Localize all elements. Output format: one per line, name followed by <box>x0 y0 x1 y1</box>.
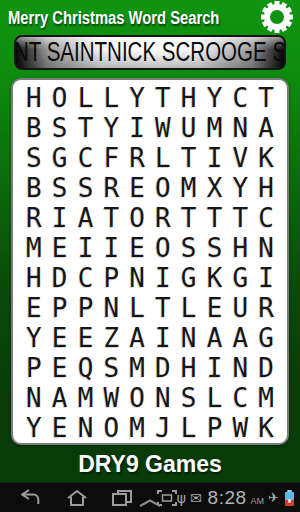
grid-cell[interactable]: X <box>202 173 228 203</box>
grid-cell[interactable]: R <box>21 203 47 233</box>
grid-cell[interactable]: E <box>202 293 228 323</box>
grid-cell[interactable]: L <box>73 83 99 113</box>
grid-cell[interactable]: R <box>150 203 176 233</box>
grid-cell[interactable]: W <box>227 413 253 443</box>
grid-cell[interactable]: S <box>47 113 73 143</box>
grid-cell[interactable]: S <box>202 233 228 263</box>
grid-cell[interactable]: I <box>202 353 228 383</box>
grid-cell[interactable]: N <box>150 383 176 413</box>
grid-cell[interactable]: U <box>227 293 253 323</box>
grid-cell[interactable]: H <box>253 173 279 203</box>
grid-cell[interactable]: I <box>98 233 124 263</box>
grid-cell[interactable]: I <box>73 233 99 263</box>
grid-cell[interactable]: P <box>73 293 99 323</box>
grid-cell[interactable]: A <box>47 383 73 413</box>
grid-cell[interactable]: J <box>150 413 176 443</box>
grid-cell[interactable]: L <box>124 293 150 323</box>
airplane-mode-icon: ✈ <box>268 490 279 505</box>
android-nav-bar: ψ ✉ 8:28 AM ✈ <box>0 482 300 512</box>
grid-cell[interactable]: E <box>47 323 73 353</box>
grid-cell[interactable]: D <box>47 263 73 293</box>
grid-cell[interactable]: P <box>47 293 73 323</box>
grid-cell[interactable]: O <box>47 83 73 113</box>
battery-icon <box>285 490 294 506</box>
grid-cell[interactable]: L <box>202 383 228 413</box>
grid-cell[interactable]: Z <box>98 323 124 353</box>
grid-cell[interactable]: M <box>124 353 150 383</box>
grid-cell[interactable]: C <box>73 263 99 293</box>
grid-cell[interactable]: O <box>150 173 176 203</box>
grid-cell[interactable]: P <box>98 263 124 293</box>
grid-cell[interactable]: E <box>73 323 99 353</box>
grid-cell[interactable]: A <box>227 323 253 353</box>
grid-cell[interactable]: T <box>176 143 202 173</box>
grid-cell[interactable]: I <box>150 263 176 293</box>
status-clock: 8:28 <box>208 487 247 509</box>
grid-cell[interactable]: S <box>47 173 73 203</box>
grid-cell[interactable]: R <box>253 293 279 323</box>
grid-cell[interactable]: O <box>98 413 124 443</box>
word-list-text: NT SAINTNICK SCROOGE S <box>14 37 286 68</box>
footer: DRY9 Games <box>0 451 300 483</box>
grid-cell[interactable]: L <box>98 83 124 113</box>
grid-cell[interactable]: G <box>47 143 73 173</box>
grid-cell[interactable]: H <box>176 353 202 383</box>
grid-cell[interactable]: G <box>176 263 202 293</box>
grid-cell[interactable]: C <box>227 383 253 413</box>
chevron-up-icon <box>138 499 162 507</box>
grid-cell[interactable]: S <box>98 353 124 383</box>
grid-cell[interactable]: H <box>227 233 253 263</box>
app-title: Merry Christmas Word Search <box>8 8 219 29</box>
grid-cell[interactable]: L <box>176 293 202 323</box>
grid-cell[interactable]: T <box>176 203 202 233</box>
grid-cell[interactable]: N <box>124 263 150 293</box>
app-screen: Merry Christmas Word Search NT SAINTNICK… <box>0 0 300 512</box>
grid-cell[interactable]: O <box>150 233 176 263</box>
grid-cell[interactable]: N <box>73 413 99 443</box>
grid-cell[interactable]: N <box>253 233 279 263</box>
grid-cell[interactable]: C <box>227 83 253 113</box>
grid-cell[interactable]: E <box>47 413 73 443</box>
recent-apps-icon <box>112 490 132 506</box>
grid-cell[interactable]: S <box>176 233 202 263</box>
grid-cell[interactable]: W <box>98 383 124 413</box>
grid-cell[interactable]: N <box>227 113 253 143</box>
grid-cell[interactable]: T <box>227 203 253 233</box>
usb-icon: ψ <box>177 490 186 506</box>
grid-cell[interactable]: T <box>150 83 176 113</box>
grid-cell[interactable]: M <box>73 383 99 413</box>
grid-cell[interactable]: A <box>73 203 99 233</box>
grid-cell[interactable]: S <box>73 173 99 203</box>
grid-cell[interactable]: K <box>202 263 228 293</box>
home-button[interactable] <box>67 490 87 506</box>
grid-cell[interactable]: O <box>124 383 150 413</box>
grid-cell[interactable]: Y <box>202 83 228 113</box>
grid-cell[interactable]: D <box>253 353 279 383</box>
grid-cell[interactable]: W <box>150 113 176 143</box>
grid-cell[interactable]: H <box>21 83 47 113</box>
grid-cell[interactable]: M <box>253 383 279 413</box>
grid-cell[interactable]: E <box>124 233 150 263</box>
grid-cell[interactable]: I <box>150 323 176 353</box>
grid-cell[interactable]: E <box>47 233 73 263</box>
email-notification-icon: ✉ <box>190 490 202 506</box>
grid-cell[interactable]: T <box>73 113 99 143</box>
grid-cell[interactable]: L <box>176 413 202 443</box>
word-list-strip[interactable]: NT SAINTNICK SCROOGE S <box>14 35 286 70</box>
title-bar: Merry Christmas Word Search <box>0 0 300 35</box>
grid-cell[interactable]: I <box>47 203 73 233</box>
grid-cell[interactable]: N <box>21 383 47 413</box>
grid-cell[interactable]: T <box>98 203 124 233</box>
word-grid[interactable]: HOLLYTHYCTBSTYIWUMNASGCFRLTIVKBSSREOMXYH… <box>21 83 279 440</box>
grid-cell[interactable]: Y <box>21 413 47 443</box>
chevron-up-handle[interactable] <box>138 493 162 511</box>
grid-cell[interactable]: Y <box>98 113 124 143</box>
status-clock-meridiem: AM <box>251 496 265 506</box>
grid-cell[interactable]: P <box>21 353 47 383</box>
grid-cell[interactable]: A <box>124 323 150 353</box>
grid-cell[interactable]: E <box>47 353 73 383</box>
grid-cell[interactable]: O <box>124 203 150 233</box>
grid-cell[interactable]: F <box>98 143 124 173</box>
grid-cell[interactable]: M <box>21 233 47 263</box>
grid-cell[interactable]: Y <box>124 83 150 113</box>
word-search-panel: HOLLYTHYCTBSTYIWUMNASGCFRLTIVKBSSREOMXYH… <box>11 78 289 445</box>
grid-cell[interactable]: M <box>176 173 202 203</box>
grid-cell[interactable]: D <box>150 353 176 383</box>
recent-apps-button[interactable] <box>112 490 132 506</box>
grid-cell[interactable]: Y <box>227 173 253 203</box>
grid-cell[interactable]: S <box>176 383 202 413</box>
grid-cell[interactable]: N <box>98 293 124 323</box>
grid-cell[interactable]: N <box>227 353 253 383</box>
grid-cell[interactable]: G <box>227 263 253 293</box>
grid-cell[interactable]: T <box>253 83 279 113</box>
grid-cell[interactable]: H <box>176 83 202 113</box>
back-icon <box>20 489 42 506</box>
grid-cell[interactable]: B <box>21 113 47 143</box>
settings-gear-icon[interactable] <box>261 1 293 33</box>
grid-cell[interactable]: I <box>253 263 279 293</box>
grid-cell[interactable]: H <box>21 263 47 293</box>
grid-cell[interactable]: V <box>227 143 253 173</box>
grid-cell[interactable]: E <box>21 293 47 323</box>
grid-cell[interactable]: C <box>73 143 99 173</box>
grid-cell[interactable]: P <box>202 413 228 443</box>
grid-cell[interactable]: K <box>253 413 279 443</box>
grid-cell[interactable]: E <box>124 173 150 203</box>
grid-cell[interactable]: C <box>253 203 279 233</box>
grid-cell[interactable]: M <box>124 413 150 443</box>
grid-cell[interactable]: S <box>21 143 47 173</box>
grid-cell[interactable]: Q <box>73 353 99 383</box>
grid-cell[interactable]: K <box>253 143 279 173</box>
home-icon <box>67 490 87 506</box>
grid-cell[interactable]: R <box>98 173 124 203</box>
grid-cell[interactable]: M <box>202 113 228 143</box>
grid-cell[interactable]: U <box>176 113 202 143</box>
grid-cell[interactable]: N <box>176 323 202 353</box>
footer-label: DRY9 Games <box>78 451 222 477</box>
grid-cell[interactable]: A <box>202 323 228 353</box>
grid-cell[interactable]: R <box>124 143 150 173</box>
grid-cell[interactable]: T <box>150 293 176 323</box>
grid-cell[interactable]: I <box>124 113 150 143</box>
grid-cell[interactable]: L <box>150 143 176 173</box>
grid-cell[interactable]: A <box>253 113 279 143</box>
grid-cell[interactable]: I <box>202 143 228 173</box>
grid-cell[interactable]: T <box>202 203 228 233</box>
grid-cell[interactable]: Y <box>21 323 47 353</box>
grid-cell[interactable]: B <box>21 173 47 203</box>
grid-cell[interactable]: G <box>253 323 279 353</box>
back-button[interactable] <box>20 489 42 506</box>
